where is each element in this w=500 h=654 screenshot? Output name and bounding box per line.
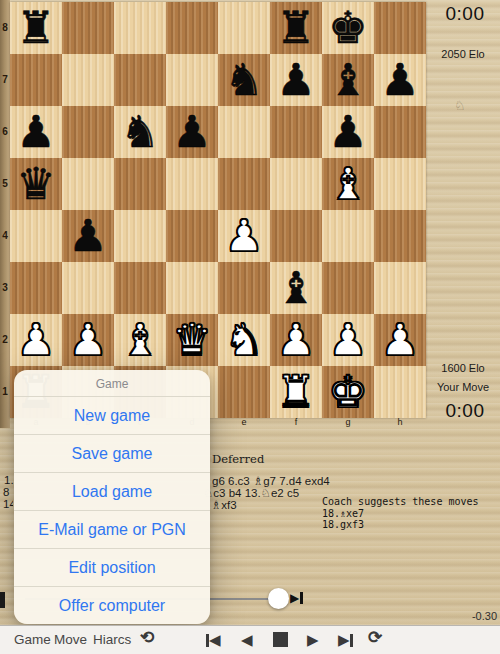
- black-bishop-f3: ♝: [270, 262, 322, 314]
- square-a8[interactable]: ♜: [10, 2, 62, 54]
- square-h5[interactable]: [374, 158, 426, 210]
- square-d7[interactable]: [166, 54, 218, 106]
- rank-label-2: 2: [0, 314, 10, 366]
- square-g7[interactable]: ♝: [322, 54, 374, 106]
- skip-to-end-icon[interactable]: ▶: [338, 629, 353, 651]
- black-queen-a5: ♛: [10, 158, 62, 210]
- white-pawn-h2: ♟: [374, 314, 426, 366]
- file-label-h: h: [374, 417, 426, 428]
- black-rook-f8: ♜: [270, 2, 322, 54]
- chess-board: ♜♜♚♞♟♝♟♟♞♟♟♛♝♟♟♝♟♟♝♛♞♟♟♟♜♜♚: [10, 2, 426, 418]
- square-b5[interactable]: [62, 158, 114, 210]
- black-knight-e7: ♞: [218, 54, 270, 106]
- square-a6[interactable]: ♟: [10, 106, 62, 158]
- rank-label-4: 4: [0, 210, 10, 262]
- square-d3[interactable]: [166, 262, 218, 314]
- square-h4[interactable]: [374, 210, 426, 262]
- black-rook-a8: ♜: [10, 2, 62, 54]
- file-label-e: e: [218, 417, 270, 428]
- engine-thinking-knight-icon: ♘: [454, 98, 466, 113]
- moves-line-3: ♗xf3: [211, 498, 237, 512]
- square-a3[interactable]: [10, 262, 62, 314]
- square-b8[interactable]: [62, 2, 114, 54]
- square-d5[interactable]: [166, 158, 218, 210]
- white-king-g1: ♚: [322, 366, 374, 418]
- coach-suggestions: Coach suggests these moves18.♗xe718.gxf3: [322, 496, 479, 531]
- menu-item-offer-computer[interactable]: Offer computer: [14, 587, 210, 624]
- square-b7[interactable]: [62, 54, 114, 106]
- square-c4[interactable]: [114, 210, 166, 262]
- square-c7[interactable]: [114, 54, 166, 106]
- black-elo-label: 2050 Elo: [430, 48, 496, 60]
- square-g4[interactable]: [322, 210, 374, 262]
- square-e3[interactable]: [218, 262, 270, 314]
- rank-label-5: 5: [0, 158, 10, 210]
- moveno-fragment-2: 8: [3, 486, 9, 498]
- square-g2[interactable]: ♟: [322, 314, 374, 366]
- black-clock: 0:00: [432, 3, 498, 25]
- step-back-icon[interactable]: ◀: [241, 629, 253, 651]
- square-a4[interactable]: [10, 210, 62, 262]
- black-pawn-g6: ♟: [322, 106, 374, 158]
- square-d8[interactable]: [166, 2, 218, 54]
- menu-item-save-game[interactable]: Save game: [14, 435, 210, 473]
- square-h3[interactable]: [374, 262, 426, 314]
- rank-label-7: 7: [0, 54, 10, 106]
- toolbar-game-button[interactable]: Game: [14, 632, 51, 647]
- square-f1[interactable]: ♜: [270, 366, 322, 418]
- square-a5[interactable]: ♛: [10, 158, 62, 210]
- file-label-f: f: [270, 417, 322, 428]
- square-h8[interactable]: [374, 2, 426, 54]
- white-bishop-g5: ♝: [322, 158, 374, 210]
- black-pawn-b4: ♟: [62, 210, 114, 262]
- square-f6[interactable]: [270, 106, 322, 158]
- square-f7[interactable]: ♟: [270, 54, 322, 106]
- square-e4[interactable]: ♟: [218, 210, 270, 262]
- clipped-edge-icon: [0, 592, 5, 608]
- square-e5[interactable]: [218, 158, 270, 210]
- game-position-slider-knob[interactable]: [268, 588, 289, 609]
- square-c5[interactable]: [114, 158, 166, 210]
- white-knight-e2: ♞: [218, 314, 270, 366]
- moveno-fragment-1: 1.: [4, 474, 14, 486]
- square-g1[interactable]: ♚: [322, 366, 374, 418]
- menu-item-edit-position[interactable]: Edit position: [14, 549, 210, 587]
- square-h1[interactable]: [374, 366, 426, 418]
- square-g8[interactable]: ♚: [322, 2, 374, 54]
- square-e6[interactable]: [218, 106, 270, 158]
- menu-item-load-game[interactable]: Load game: [14, 473, 210, 511]
- white-pawn-b2: ♟: [62, 314, 114, 366]
- rank-label-1: 1: [0, 366, 10, 418]
- move-status-label: Your Move: [428, 381, 498, 393]
- black-pawn-f7: ♟: [270, 54, 322, 106]
- square-e8[interactable]: [218, 2, 270, 54]
- white-pawn-f2: ♟: [270, 314, 322, 366]
- white-bishop-c2: ♝: [114, 314, 166, 366]
- square-b3[interactable]: [62, 262, 114, 314]
- square-f8[interactable]: ♜: [270, 2, 322, 54]
- file-label-g: g: [322, 417, 374, 428]
- square-h6[interactable]: [374, 106, 426, 158]
- rank-label-3: 3: [0, 262, 10, 314]
- toolbar-hiarcs-button[interactable]: Hiarcs: [93, 632, 131, 647]
- square-c3[interactable]: [114, 262, 166, 314]
- white-pawn-g2: ♟: [322, 314, 374, 366]
- game-menu-title: Game: [14, 370, 210, 397]
- refresh-icon[interactable]: ⟳: [368, 627, 382, 649]
- white-clock: 0:00: [432, 400, 498, 422]
- coach-move-2: 18.gxf3: [322, 519, 364, 530]
- square-b4[interactable]: ♟: [62, 210, 114, 262]
- black-pawn-a6: ♟: [10, 106, 62, 158]
- square-f4[interactable]: [270, 210, 322, 262]
- black-knight-c6: ♞: [114, 106, 166, 158]
- black-bishop-g7: ♝: [322, 54, 374, 106]
- coach-title: Coach suggests these moves: [322, 496, 479, 507]
- square-g6[interactable]: ♟: [322, 106, 374, 158]
- stop-icon[interactable]: [273, 629, 288, 653]
- moveno-fragment-3: 14: [3, 498, 13, 510]
- square-e7[interactable]: ♞: [218, 54, 270, 106]
- white-queen-d2: ♛: [166, 314, 218, 366]
- square-b2[interactable]: ♟: [62, 314, 114, 366]
- square-f5[interactable]: [270, 158, 322, 210]
- white-rook-f1: ♜: [270, 366, 322, 418]
- square-d4[interactable]: [166, 210, 218, 262]
- black-king-g8: ♚: [322, 2, 374, 54]
- square-b6[interactable]: [62, 106, 114, 158]
- square-d2[interactable]: ♛: [166, 314, 218, 366]
- square-f2[interactable]: ♟: [270, 314, 322, 366]
- square-h7[interactable]: ♟: [374, 54, 426, 106]
- rank-label-6: 6: [0, 106, 10, 158]
- rank-label-8: 8: [0, 2, 10, 54]
- opening-name-fragment: Deferred: [212, 452, 264, 466]
- skip-to-start-icon[interactable]: ◀: [206, 629, 221, 651]
- square-a2[interactable]: ♟: [10, 314, 62, 366]
- square-e2[interactable]: ♞: [218, 314, 270, 366]
- bottom-toolbar: Game Move Hiarcs ⟲ ◀ ◀ ▶ ▶ ⟳: [0, 625, 500, 654]
- square-g3[interactable]: [322, 262, 374, 314]
- white-pawn-a2: ♟: [10, 314, 62, 366]
- square-c8[interactable]: [114, 2, 166, 54]
- black-pawn-d6: ♟: [166, 106, 218, 158]
- toolbar-move-button[interactable]: Move: [54, 632, 87, 647]
- square-g5[interactable]: ♝: [322, 158, 374, 210]
- menu-item-email-game[interactable]: E-Mail game or PGN: [14, 511, 210, 549]
- square-c6[interactable]: ♞: [114, 106, 166, 158]
- black-pawn-h7: ♟: [374, 54, 426, 106]
- square-f3[interactable]: ♝: [270, 262, 322, 314]
- square-a7[interactable]: [10, 54, 62, 106]
- square-d6[interactable]: ♟: [166, 106, 218, 158]
- evaluation-score: -0.30: [472, 610, 497, 622]
- game-menu-popup: Game New game Save game Load game E-Mail…: [14, 370, 210, 624]
- square-e1[interactable]: [218, 366, 270, 418]
- play-to-end-icon[interactable]: ▶: [290, 591, 303, 606]
- square-h2[interactable]: ♟: [374, 314, 426, 366]
- white-elo-label: 1600 Elo: [430, 362, 496, 374]
- white-pawn-e4: ♟: [218, 210, 270, 262]
- menu-item-new-game[interactable]: New game: [14, 397, 210, 435]
- square-c2[interactable]: ♝: [114, 314, 166, 366]
- step-forward-icon[interactable]: ▶: [307, 629, 319, 651]
- coach-move-1: 18.♗xe7: [322, 508, 364, 519]
- swap-sides-icon[interactable]: ⟲: [140, 627, 154, 649]
